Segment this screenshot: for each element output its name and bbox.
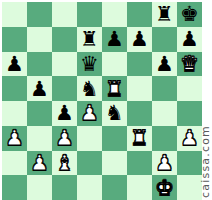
- chess-board: ♜♚♜♟♟♟♟♛♟♛♟♞♜♟♟♞♟♟♜♟♟♝♟♚: [2, 2, 202, 200]
- piece-black-knight: ♞: [80, 77, 99, 101]
- square-f3[interactable]: ♜: [127, 126, 152, 151]
- piece-black-pawn: ♟: [55, 101, 74, 125]
- square-f6[interactable]: [127, 52, 152, 77]
- piece-white-rook: ♜: [105, 77, 124, 101]
- square-g4[interactable]: [152, 101, 177, 126]
- square-g1[interactable]: ♚: [152, 175, 177, 200]
- square-e6[interactable]: [102, 52, 127, 77]
- piece-black-rook: ♜: [155, 2, 174, 26]
- square-f2[interactable]: [127, 151, 152, 176]
- square-a5[interactable]: [2, 76, 27, 101]
- square-a6[interactable]: ♟: [2, 52, 27, 77]
- square-c8[interactable]: [52, 2, 77, 27]
- branding-label: caissa.com: [199, 125, 212, 198]
- square-a8[interactable]: [2, 2, 27, 27]
- piece-white-pawn: ♟: [55, 126, 74, 150]
- piece-black-pawn: ♟: [155, 52, 174, 76]
- square-e7[interactable]: ♟: [102, 27, 127, 52]
- piece-white-queen: ♛: [180, 52, 199, 76]
- piece-white-pawn: ♟: [5, 126, 24, 150]
- square-c6[interactable]: [52, 52, 77, 77]
- square-e8[interactable]: [102, 2, 127, 27]
- square-d2[interactable]: [77, 151, 102, 176]
- square-g3[interactable]: [152, 126, 177, 151]
- square-f5[interactable]: [127, 76, 152, 101]
- square-b2[interactable]: ♟: [27, 151, 52, 176]
- square-d6[interactable]: ♛: [77, 52, 102, 77]
- square-a7[interactable]: [2, 27, 27, 52]
- piece-black-pawn: ♟: [180, 27, 199, 51]
- branding-strip: caissa.com: [202, 0, 212, 198]
- square-h8[interactable]: ♚: [177, 2, 202, 27]
- square-d8[interactable]: [77, 2, 102, 27]
- square-c7[interactable]: [52, 27, 77, 52]
- square-h5[interactable]: [177, 76, 202, 101]
- square-e1[interactable]: [102, 175, 127, 200]
- square-d4[interactable]: ♟: [77, 101, 102, 126]
- square-h4[interactable]: [177, 101, 202, 126]
- square-e2[interactable]: [102, 151, 127, 176]
- piece-black-pawn: ♟: [5, 52, 24, 76]
- square-e5[interactable]: ♜: [102, 76, 127, 101]
- square-g8[interactable]: ♜: [152, 2, 177, 27]
- square-c1[interactable]: [52, 175, 77, 200]
- square-e3[interactable]: [102, 126, 127, 151]
- square-g7[interactable]: [152, 27, 177, 52]
- square-f8[interactable]: [127, 2, 152, 27]
- piece-white-pawn: ♟: [30, 151, 49, 175]
- piece-black-pawn: ♟: [130, 27, 149, 51]
- square-b3[interactable]: [27, 126, 52, 151]
- square-b7[interactable]: [27, 27, 52, 52]
- piece-white-rook: ♜: [130, 126, 149, 150]
- square-d5[interactable]: ♞: [77, 76, 102, 101]
- piece-black-knight: ♞: [105, 101, 124, 125]
- piece-black-queen: ♛: [80, 52, 99, 76]
- square-b4[interactable]: [27, 101, 52, 126]
- piece-white-pawn: ♟: [180, 126, 199, 150]
- square-f4[interactable]: [127, 101, 152, 126]
- square-c2[interactable]: ♝: [52, 151, 77, 176]
- piece-white-pawn: ♟: [155, 151, 174, 175]
- square-c3[interactable]: ♟: [52, 126, 77, 151]
- square-g2[interactable]: ♟: [152, 151, 177, 176]
- square-a4[interactable]: [2, 101, 27, 126]
- square-g5[interactable]: [152, 76, 177, 101]
- square-f7[interactable]: ♟: [127, 27, 152, 52]
- piece-white-bishop: ♝: [55, 151, 74, 175]
- piece-black-king: ♚: [180, 2, 199, 26]
- square-a3[interactable]: ♟: [2, 126, 27, 151]
- square-h6[interactable]: ♛: [177, 52, 202, 77]
- square-c5[interactable]: [52, 76, 77, 101]
- square-f1[interactable]: [127, 175, 152, 200]
- piece-white-king: ♚: [155, 176, 174, 200]
- chess-diagram: ♜♚♜♟♟♟♟♛♟♛♟♞♜♟♟♞♟♟♜♟♟♝♟♚ caissa.com: [0, 0, 212, 200]
- piece-black-pawn: ♟: [105, 27, 124, 51]
- square-h7[interactable]: ♟: [177, 27, 202, 52]
- square-a2[interactable]: [2, 151, 27, 176]
- square-a1[interactable]: [2, 175, 27, 200]
- piece-black-pawn: ♟: [30, 77, 49, 101]
- square-d1[interactable]: [77, 175, 102, 200]
- square-b6[interactable]: [27, 52, 52, 77]
- square-d7[interactable]: ♜: [77, 27, 102, 52]
- square-b1[interactable]: [27, 175, 52, 200]
- piece-black-rook: ♜: [80, 27, 99, 51]
- square-d3[interactable]: [77, 126, 102, 151]
- square-b8[interactable]: [27, 2, 52, 27]
- square-c4[interactable]: ♟: [52, 101, 77, 126]
- piece-white-pawn: ♟: [80, 101, 99, 125]
- square-b5[interactable]: ♟: [27, 76, 52, 101]
- square-g6[interactable]: ♟: [152, 52, 177, 77]
- square-e4[interactable]: ♞: [102, 101, 127, 126]
